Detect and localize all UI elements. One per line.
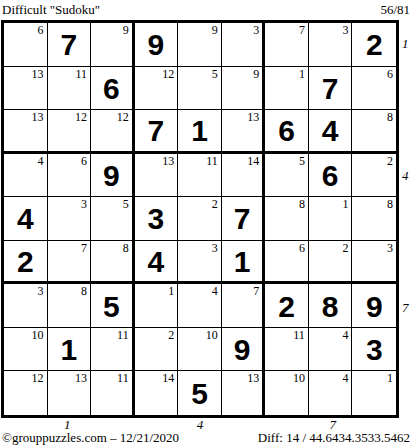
- big-digit: 6: [309, 154, 352, 197]
- small-clue-number: 11: [206, 154, 218, 169]
- cell-r2c2[interactable]: 11: [48, 67, 92, 111]
- cell-r7c6[interactable]: 7: [222, 284, 266, 328]
- cell-r7c5[interactable]: 4: [178, 284, 222, 328]
- big-digit: 7: [48, 23, 91, 66]
- cell-r1c8[interactable]: 3: [309, 23, 353, 67]
- cell-r6c3[interactable]: 8: [91, 241, 135, 285]
- big-digit: 7: [309, 67, 352, 110]
- cell-r6c2[interactable]: 7: [48, 241, 92, 285]
- cell-r7c2[interactable]: 8: [48, 284, 92, 328]
- small-clue-number: 12: [162, 67, 174, 82]
- small-clue-number: 9: [253, 67, 259, 82]
- small-clue-number: 1: [387, 371, 393, 386]
- cell-r5c5[interactable]: 2: [178, 197, 222, 241]
- small-clue-number: 13: [75, 371, 87, 386]
- cell-r6c9[interactable]: 3: [352, 241, 396, 285]
- cell-r3c8[interactable]: 4: [309, 110, 353, 154]
- cell-r4c8[interactable]: 6: [309, 154, 353, 198]
- big-digit: 4: [135, 241, 178, 282]
- row-label-1: 1: [402, 36, 412, 52]
- small-clue-number: 4: [38, 154, 44, 169]
- cell-r8c4[interactable]: 2: [135, 328, 179, 372]
- cell-r3c3[interactable]: 12: [91, 110, 135, 154]
- cell-r9c3[interactable]: 11: [91, 371, 135, 415]
- small-clue-number: 13: [32, 110, 44, 125]
- cell-r5c3[interactable]: 5: [91, 197, 135, 241]
- small-clue-number: 9: [212, 23, 218, 38]
- cell-r4c9[interactable]: 2: [352, 154, 396, 198]
- big-digit: 7: [135, 110, 178, 151]
- small-clue-number: 3: [387, 241, 393, 256]
- cell-r7c8[interactable]: 8: [309, 284, 353, 328]
- small-clue-number: 6: [38, 23, 44, 38]
- cell-r4c7[interactable]: 5: [265, 154, 309, 198]
- small-clue-number: 11: [293, 328, 305, 343]
- small-clue-number: 3: [81, 197, 87, 212]
- big-digit: 8: [309, 284, 352, 327]
- small-clue-number: 3: [342, 23, 348, 38]
- cell-r7c9[interactable]: 9: [352, 284, 396, 328]
- cell-r4c6[interactable]: 14: [222, 154, 266, 198]
- cell-r8c3[interactable]: 11: [91, 328, 135, 372]
- cell-r9c7[interactable]: 10: [265, 371, 309, 415]
- big-digit: 2: [352, 23, 396, 66]
- small-clue-number: 7: [253, 284, 259, 299]
- cell-r6c8[interactable]: 2: [309, 241, 353, 285]
- empty-count: 56/81: [380, 2, 410, 17]
- small-clue-number: 14: [162, 371, 174, 386]
- big-digit: 9: [352, 284, 396, 327]
- small-clue-number: 14: [247, 154, 259, 169]
- small-clue-number: 11: [117, 328, 129, 343]
- small-clue-number: 11: [76, 67, 88, 82]
- big-digit: 1: [48, 328, 91, 371]
- small-clue-number: 8: [387, 197, 393, 212]
- small-clue-number: 1: [299, 67, 305, 82]
- cell-r6c7[interactable]: 6: [265, 241, 309, 285]
- cell-r4c2[interactable]: 6: [48, 154, 92, 198]
- small-clue-number: 3: [253, 23, 259, 38]
- cell-r3c5[interactable]: 1: [178, 110, 222, 154]
- cell-r3c7[interactable]: 6: [265, 110, 309, 154]
- big-digit: 9: [222, 328, 263, 371]
- cell-r4c5[interactable]: 11: [178, 154, 222, 198]
- cell-r6c6[interactable]: 1: [222, 241, 266, 285]
- small-clue-number: 7: [81, 241, 87, 256]
- cell-r6c5[interactable]: 3: [178, 241, 222, 285]
- cell-r3c6[interactable]: 13: [222, 110, 266, 154]
- cell-r1c9[interactable]: 2: [352, 23, 396, 67]
- small-clue-number: 8: [81, 284, 87, 299]
- sudoku-board: 6799937321311612591761312127113648469131…: [1, 20, 399, 418]
- small-clue-number: 8: [387, 110, 393, 125]
- cell-r9c5[interactable]: 5: [178, 371, 222, 415]
- cell-r4c4[interactable]: 13: [135, 154, 179, 198]
- small-clue-number: 12: [75, 110, 87, 125]
- cell-r1c7[interactable]: 7: [265, 23, 309, 67]
- cell-r8c5[interactable]: 10: [178, 328, 222, 372]
- cell-r9c8[interactable]: 4: [309, 371, 353, 415]
- small-clue-number: 1: [342, 197, 348, 212]
- small-clue-number: 6: [299, 241, 305, 256]
- big-digit: 5: [178, 371, 221, 415]
- small-clue-number: 10: [32, 328, 44, 343]
- small-clue-number: 6: [387, 67, 393, 82]
- cell-r8c2[interactable]: 1: [48, 328, 92, 372]
- cell-r5c4[interactable]: 3: [135, 197, 179, 241]
- big-digit: 6: [91, 67, 132, 110]
- cell-r1c4[interactable]: 9: [135, 23, 179, 67]
- big-digit: 1: [222, 241, 263, 282]
- small-clue-number: 10: [206, 328, 218, 343]
- small-clue-number: 9: [123, 23, 129, 38]
- cell-r5c7[interactable]: 8: [265, 197, 309, 241]
- cell-r2c4[interactable]: 12: [135, 67, 179, 111]
- small-clue-number: 4: [342, 371, 348, 386]
- small-clue-number: 8: [299, 197, 305, 212]
- small-clue-number: 3: [212, 241, 218, 256]
- big-digit: 3: [352, 328, 396, 371]
- cell-r2c8[interactable]: 7: [309, 67, 353, 111]
- cell-r3c9[interactable]: 8: [352, 110, 396, 154]
- footer-credit: ©grouppuzzles.com – 12/21/2020: [2, 430, 179, 445]
- cell-r3c1[interactable]: 13: [4, 110, 48, 154]
- row-label-7: 7: [402, 300, 412, 316]
- cell-r5c9[interactable]: 8: [352, 197, 396, 241]
- big-digit: 2: [265, 284, 308, 327]
- small-clue-number: 13: [162, 154, 174, 169]
- cell-r7c7[interactable]: 2: [265, 284, 309, 328]
- small-clue-number: 3: [38, 284, 44, 299]
- small-clue-number: 13: [247, 371, 259, 386]
- small-clue-number: 13: [32, 67, 44, 82]
- cell-r6c4[interactable]: 4: [135, 241, 179, 285]
- small-clue-number: 12: [117, 110, 129, 125]
- big-digit: 9: [135, 23, 178, 66]
- small-clue-number: 5: [123, 197, 129, 212]
- cell-r9c2[interactable]: 13: [48, 371, 92, 415]
- cell-r1c3[interactable]: 9: [91, 23, 135, 67]
- cell-r8c7[interactable]: 11: [265, 328, 309, 372]
- small-clue-number: 13: [247, 110, 259, 125]
- small-clue-number: 4: [212, 284, 218, 299]
- cell-r9c6[interactable]: 13: [222, 371, 266, 415]
- cell-r5c1[interactable]: 4: [4, 197, 48, 241]
- cell-r7c4[interactable]: 1: [135, 284, 179, 328]
- cell-r2c1[interactable]: 13: [4, 67, 48, 111]
- small-clue-number: 11: [117, 371, 129, 386]
- footer: ©grouppuzzles.com – 12/21/2020 Diff: 14 …: [2, 430, 410, 445]
- cell-r3c2[interactable]: 12: [48, 110, 92, 154]
- small-clue-number: 2: [168, 328, 174, 343]
- footer-difficulty: Diff: 14 / 44.6434.3533.5462: [258, 430, 410, 445]
- cell-r8c9[interactable]: 3: [352, 328, 396, 372]
- small-clue-number: 8: [123, 241, 129, 256]
- big-digit: 4: [4, 197, 47, 240]
- cell-r8c1[interactable]: 10: [4, 328, 48, 372]
- cell-r2c3[interactable]: 6: [91, 67, 135, 111]
- cell-r2c7[interactable]: 1: [265, 67, 309, 111]
- small-clue-number: 2: [387, 154, 393, 169]
- small-clue-number: 2: [212, 197, 218, 212]
- page-title: Difficult "Sudoku": [2, 2, 100, 17]
- small-clue-number: 6: [81, 154, 87, 169]
- big-digit: 1: [178, 110, 221, 151]
- small-clue-number: 1: [168, 284, 174, 299]
- cell-r5c8[interactable]: 1: [309, 197, 353, 241]
- cell-r1c2[interactable]: 7: [48, 23, 92, 67]
- small-clue-number: 2: [342, 241, 348, 256]
- cell-r1c6[interactable]: 3: [222, 23, 266, 67]
- big-digit: 3: [135, 197, 178, 240]
- small-clue-number: 5: [299, 154, 305, 169]
- cell-r2c5[interactable]: 5: [178, 67, 222, 111]
- row-label-4: 4: [402, 168, 412, 184]
- small-clue-number: 12: [32, 371, 44, 386]
- small-clue-number: 10: [293, 371, 305, 386]
- small-clue-number: 5: [212, 67, 218, 82]
- small-clue-number: 7: [299, 23, 305, 38]
- big-digit: 7: [222, 197, 263, 240]
- cell-r9c9[interactable]: 1: [352, 371, 396, 415]
- big-digit: 9: [91, 154, 132, 197]
- cell-r2c9[interactable]: 6: [352, 67, 396, 111]
- cell-r8c6[interactable]: 9: [222, 328, 266, 372]
- cell-r1c5[interactable]: 9: [178, 23, 222, 67]
- cell-r7c3[interactable]: 5: [91, 284, 135, 328]
- cell-r2c6[interactable]: 9: [222, 67, 266, 111]
- cell-r4c3[interactable]: 9: [91, 154, 135, 198]
- big-digit: 4: [309, 110, 352, 151]
- header: Difficult "Sudoku" 56/81: [2, 2, 410, 17]
- cell-r9c1[interactable]: 12: [4, 371, 48, 415]
- big-digit: 5: [91, 284, 132, 327]
- big-digit: 2: [4, 241, 47, 282]
- cell-r9c4[interactable]: 14: [135, 371, 179, 415]
- cell-r7c1[interactable]: 3: [4, 284, 48, 328]
- cell-r8c8[interactable]: 4: [309, 328, 353, 372]
- small-clue-number: 4: [342, 328, 348, 343]
- cell-r3c4[interactable]: 7: [135, 110, 179, 154]
- cell-r4c1[interactable]: 4: [4, 154, 48, 198]
- cell-r5c2[interactable]: 3: [48, 197, 92, 241]
- cell-r5c6[interactable]: 7: [222, 197, 266, 241]
- cell-r6c1[interactable]: 2: [4, 241, 48, 285]
- cell-r1c1[interactable]: 6: [4, 23, 48, 67]
- big-digit: 6: [265, 110, 308, 151]
